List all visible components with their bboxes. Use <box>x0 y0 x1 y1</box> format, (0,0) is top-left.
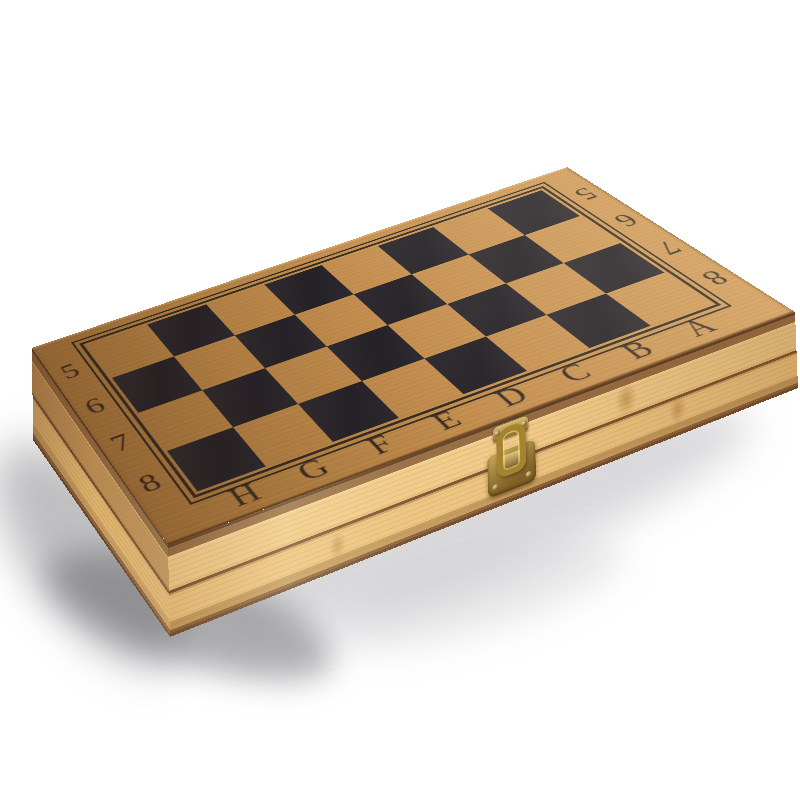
latch-clasp <box>482 411 540 506</box>
chess-box-product-photo: 5 6 7 8 5 6 7 8 H G F E D C B A <box>0 0 800 800</box>
